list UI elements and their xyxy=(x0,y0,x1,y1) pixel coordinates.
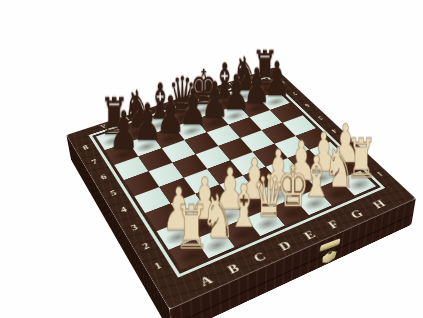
clasp-hinge-plate xyxy=(319,238,340,252)
black-pawn-icon: ♟ xyxy=(100,105,147,157)
rank-label-left-6: 6 xyxy=(95,172,113,183)
rank-label-left-5: 5 xyxy=(104,187,123,199)
rank-label-right-6: 6 xyxy=(301,102,314,109)
chess-board: ♜♞♝♛♚♝♞♜♟♟♟♟♟♟♟♟♟♟♟♟♟♟♟♟♜♞♝♛♚♝♞♜ 8877665… xyxy=(66,67,415,309)
rank-label-left-7: 7 xyxy=(86,157,104,168)
brass-clasp-icon xyxy=(316,237,344,270)
rank-label-left-3: 3 xyxy=(125,221,145,234)
scene: ♜♞♝♛♚♝♞♜♟♟♟♟♟♟♟♟♟♟♟♟♟♟♟♟♜♞♝♛♚♝♞♜ 8877665… xyxy=(0,0,423,318)
clasp-flap xyxy=(321,248,338,265)
perspective-stage: ♜♞♝♛♚♝♞♜♟♟♟♟♟♟♟♟♟♟♟♟♟♟♟♟♜♞♝♛♚♝♞♜ 8877665… xyxy=(0,0,423,318)
rank-label-left-4: 4 xyxy=(114,204,133,216)
rank-label-left-2: 2 xyxy=(136,240,156,254)
rank-label-left-8: 8 xyxy=(77,143,94,153)
white-rook-icon: ♜ xyxy=(164,198,219,259)
clasp-hole xyxy=(328,250,332,255)
rank-label-left-1: 1 xyxy=(148,259,169,274)
